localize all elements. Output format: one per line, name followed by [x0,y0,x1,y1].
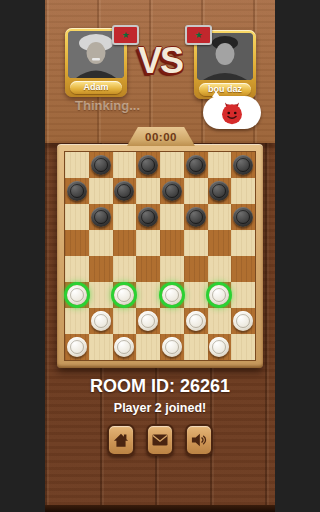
black-piece[interactable] [186,207,206,227]
square-r2c1[interactable] [65,178,89,204]
bottom-button-row [45,424,275,456]
square-r6c6[interactable] [184,282,208,308]
board-grid [65,152,255,360]
player-joined-status: Player 2 joined! [45,401,275,415]
square-r1c8[interactable] [231,152,255,178]
white-piece[interactable] [67,337,87,357]
black-piece[interactable] [114,181,134,201]
square-r1c1[interactable] [65,152,89,178]
square-r6c4[interactable] [136,282,160,308]
square-r4c4[interactable] [136,230,160,256]
square-r2c4[interactable] [136,178,160,204]
morocco-flag-icon-left: ★ [112,25,139,45]
square-r7c3[interactable] [113,308,137,334]
square-r7c7[interactable] [208,308,232,334]
square-r1c2[interactable] [89,152,113,178]
player-left-name: Adam [70,81,122,94]
square-r8c7[interactable] [208,334,232,360]
white-piece[interactable] [162,337,182,357]
square-r2c6[interactable] [184,178,208,204]
square-r6c3[interactable] [113,282,137,308]
square-r2c2[interactable] [89,178,113,204]
square-r4c7[interactable] [208,230,232,256]
square-r1c7[interactable] [208,152,232,178]
square-r7c6[interactable] [184,308,208,334]
square-r6c1[interactable] [65,282,89,308]
square-r2c8[interactable] [231,178,255,204]
square-r3c5[interactable] [160,204,184,230]
white-piece-highlighted[interactable] [114,285,134,305]
square-r5c2[interactable] [89,256,113,282]
square-r8c1[interactable] [65,334,89,360]
square-r4c2[interactable] [89,230,113,256]
square-r3c2[interactable] [89,204,113,230]
black-piece[interactable] [233,155,253,175]
black-piece[interactable] [138,207,158,227]
timer-value: 00:00 [145,131,177,143]
sound-icon [189,430,209,450]
mail-icon [150,430,170,450]
player-right-name: bou daz [199,83,251,96]
black-piece[interactable] [91,207,111,227]
home-icon [111,430,131,450]
square-r4c6[interactable] [184,230,208,256]
morocco-flag-icon-right: ★ [185,25,212,45]
black-piece[interactable] [186,155,206,175]
square-r1c5[interactable] [160,152,184,178]
board-frame [57,144,263,368]
checkers-game-screen: Adam ★ VS bou daz ★ Thinking... [45,0,275,512]
black-piece[interactable] [138,155,158,175]
black-piece[interactable] [67,181,87,201]
square-r7c5[interactable] [160,308,184,334]
square-r8c2[interactable] [89,334,113,360]
square-r5c3[interactable] [113,256,137,282]
home-button[interactable] [107,424,135,456]
square-r4c5[interactable] [160,230,184,256]
square-r6c7[interactable] [208,282,232,308]
white-piece[interactable] [91,311,111,331]
square-r8c3[interactable] [113,334,137,360]
black-piece[interactable] [209,181,229,201]
black-piece[interactable] [91,155,111,175]
square-r7c8[interactable] [231,308,255,334]
square-r2c3[interactable] [113,178,137,204]
devil-emoji-icon [219,100,245,126]
square-r7c2[interactable] [89,308,113,334]
white-piece-highlighted[interactable] [67,285,87,305]
square-r5c5[interactable] [160,256,184,282]
white-piece-highlighted[interactable] [209,285,229,305]
white-piece[interactable] [233,311,253,331]
timer-tab: 00:00 [127,127,195,146]
black-piece[interactable] [233,207,253,227]
mail-button[interactable] [146,424,174,456]
white-piece[interactable] [209,337,229,357]
flag-star: ★ [121,31,129,40]
square-r8c4[interactable] [136,334,160,360]
square-r5c6[interactable] [184,256,208,282]
square-r4c1[interactable] [65,230,89,256]
square-r4c3[interactable] [113,230,137,256]
square-r6c2[interactable] [89,282,113,308]
square-r7c1[interactable] [65,308,89,334]
square-r5c8[interactable] [231,256,255,282]
square-r8c6[interactable] [184,334,208,360]
sound-button[interactable] [185,424,213,456]
square-r4c8[interactable] [231,230,255,256]
square-r8c8[interactable] [231,334,255,360]
square-r1c6[interactable] [184,152,208,178]
square-r1c3[interactable] [113,152,137,178]
square-r3c7[interactable] [208,204,232,230]
square-r5c4[interactable] [136,256,160,282]
square-r1c4[interactable] [136,152,160,178]
black-piece[interactable] [162,181,182,201]
square-r7c4[interactable] [136,308,160,334]
square-r3c1[interactable] [65,204,89,230]
square-r6c5[interactable] [160,282,184,308]
square-r3c6[interactable] [184,204,208,230]
bottom-shadow-bar [45,505,275,512]
room-id-label: ROOM ID: 26261 [45,376,275,397]
square-r3c4[interactable] [136,204,160,230]
thinking-status: Thinking... [75,98,140,113]
square-r2c7[interactable] [208,178,232,204]
flag-star: ★ [194,31,202,40]
square-r5c1[interactable] [65,256,89,282]
emote-bubble[interactable] [203,96,261,129]
white-piece-highlighted[interactable] [162,285,182,305]
white-piece[interactable] [186,311,206,331]
square-r5c7[interactable] [208,256,232,282]
square-r2c5[interactable] [160,178,184,204]
square-r6c8[interactable] [231,282,255,308]
square-r3c8[interactable] [231,204,255,230]
square-r3c3[interactable] [113,204,137,230]
white-piece[interactable] [138,311,158,331]
square-r8c5[interactable] [160,334,184,360]
white-piece[interactable] [114,337,134,357]
